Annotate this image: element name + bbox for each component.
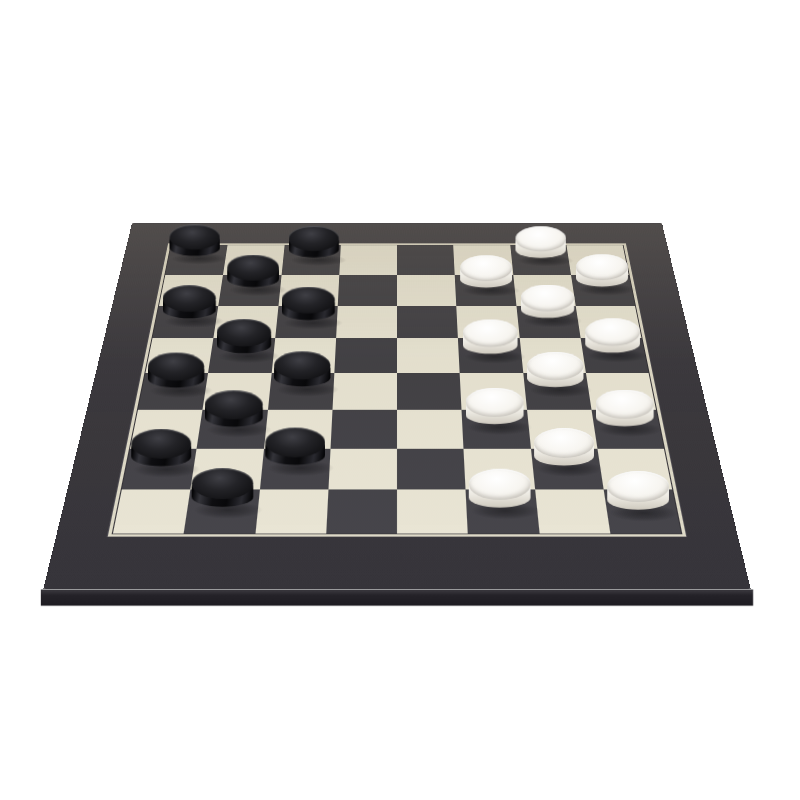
checker-top [586,318,641,345]
black-checker-r4c2[interactable] [216,319,271,356]
checker-top [534,428,594,458]
checker-top [282,287,335,314]
square-r1c4[interactable] [339,245,397,274]
black-checker-r1c1[interactable] [169,225,220,259]
square-r8c5[interactable] [397,490,468,534]
square-r8c7[interactable] [535,490,610,534]
checker-top [521,285,574,312]
checker-top [227,255,279,281]
checker-top [162,285,215,312]
checker-top [131,429,191,459]
square-r7c5[interactable] [397,448,466,489]
black-checker-r7c3[interactable] [265,427,325,468]
checker-top [216,319,271,346]
square-r6c5[interactable] [397,410,464,449]
checker-top [469,469,531,500]
checker-top [465,388,523,417]
square-r8c1[interactable] [113,490,191,534]
checker-top [265,427,325,457]
square-r3c4[interactable] [336,306,397,339]
checker-top [463,319,518,346]
square-r6c4[interactable] [330,410,397,449]
square-r5c5[interactable] [397,373,462,410]
black-checker-r5c1[interactable] [147,353,203,391]
checker-top [204,390,262,419]
white-checker-r4c6[interactable] [463,319,518,356]
square-r5c4[interactable] [332,373,397,410]
black-checker-r3c3[interactable] [282,287,335,323]
white-checker-r1c7[interactable] [516,226,567,260]
board-front-edge [41,589,753,605]
board-scene [0,0,800,800]
black-checker-r1c3[interactable] [289,226,340,260]
square-r2c5[interactable] [397,275,456,306]
white-checker-r6c8[interactable] [596,390,654,430]
checker-top [460,255,512,281]
black-checker-r3c1[interactable] [162,285,215,321]
white-checker-r2c6[interactable] [460,255,512,290]
white-checker-r8c6[interactable] [469,469,531,511]
white-checker-r6c6[interactable] [465,388,523,427]
square-r4c5[interactable] [397,338,460,373]
square-r1c5[interactable] [397,245,455,274]
white-checker-r3c7[interactable] [521,285,574,321]
black-checker-r6c2[interactable] [204,390,262,430]
white-checker-r8c8[interactable] [608,471,670,513]
white-checker-r7c7[interactable] [534,428,594,469]
checker-top [192,468,254,499]
checker-top [608,471,670,502]
square-r7c4[interactable] [328,448,397,489]
white-checker-r4c8[interactable] [586,318,641,355]
checker-top [147,353,203,381]
black-checker-r8c2[interactable] [192,468,254,510]
square-r8c3[interactable] [255,490,328,534]
square-r3c5[interactable] [397,306,458,339]
white-checker-r5c7[interactable] [527,352,583,390]
black-checker-r7c1[interactable] [131,429,191,470]
square-r8c4[interactable] [326,490,397,534]
white-checker-r2c8[interactable] [576,254,628,289]
checkers-board [43,223,751,589]
black-checker-r2c2[interactable] [227,255,279,290]
black-checker-r5c3[interactable] [274,351,330,389]
checker-top [169,225,220,250]
square-r4c4[interactable] [334,338,397,373]
square-r2c4[interactable] [338,275,397,306]
